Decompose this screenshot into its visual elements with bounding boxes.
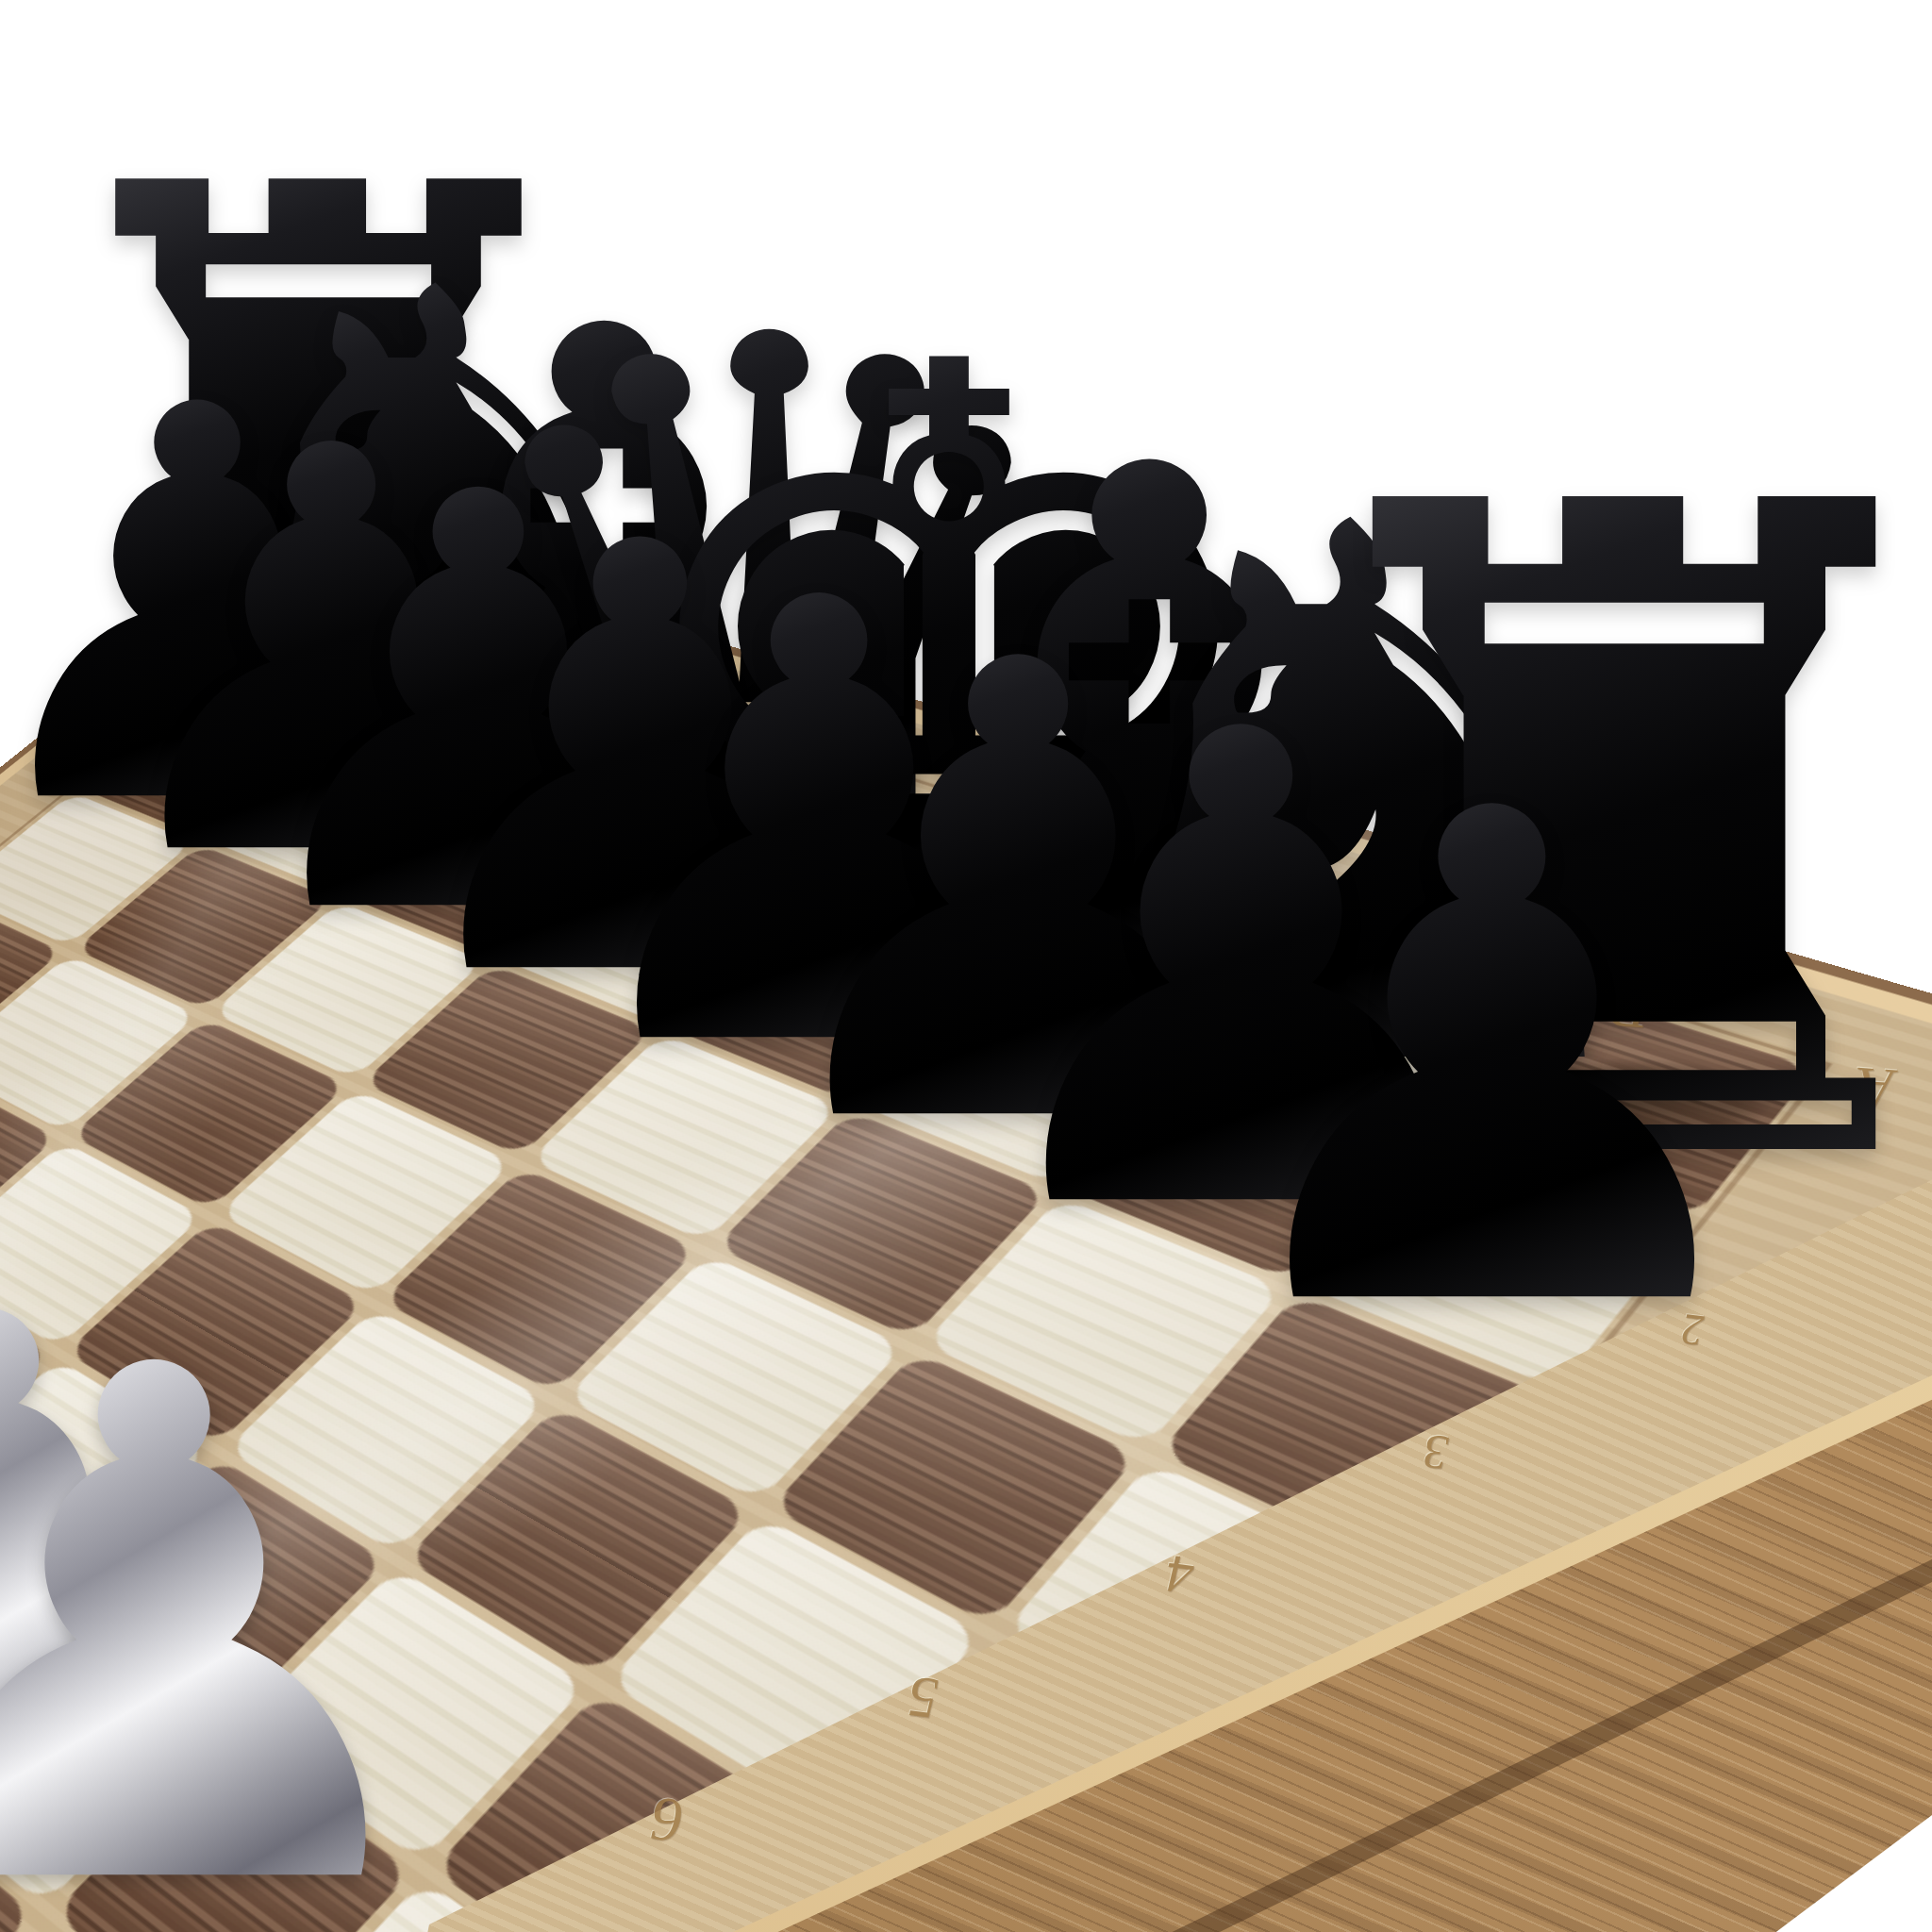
piece-black-pawn-h7[interactable]: ♟ xyxy=(1155,724,1830,1400)
piece-white-pawn-d3[interactable]: ♟ xyxy=(0,1277,508,1932)
product-photo-stage: 123456BA ♜♞♝♟♛♟♟♚♟♝♟♞♟♜♟♟♟♟ xyxy=(0,0,1932,1932)
